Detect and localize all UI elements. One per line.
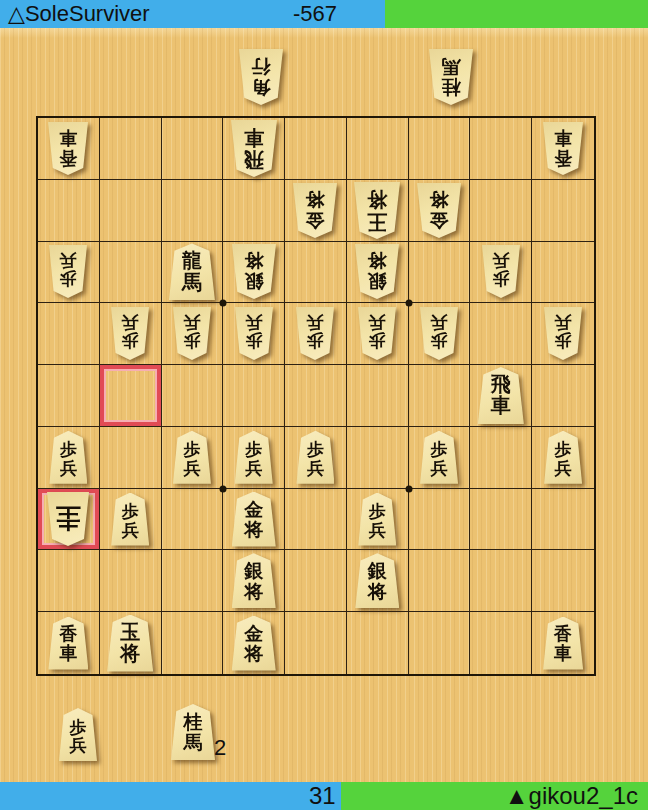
square-4b[interactable]: 王将 (347, 180, 409, 242)
piece-kanji: 香 (59, 624, 77, 643)
square-2b[interactable] (470, 180, 532, 242)
square-7b[interactable] (162, 180, 224, 242)
piece-kanji: 兵 (555, 314, 572, 332)
piece-sente-pawn[interactable]: 歩兵 (59, 708, 97, 761)
piece-kanji: 歩 (183, 332, 200, 350)
square-8c[interactable] (100, 242, 162, 304)
square-8b[interactable] (100, 180, 162, 242)
square-5c[interactable] (285, 242, 347, 304)
piece-kanji: 圭 (56, 506, 81, 533)
piece-kanji: 兵 (492, 252, 509, 270)
square-4i[interactable] (347, 612, 409, 674)
piece-kanji: 将 (368, 581, 387, 602)
square-1h[interactable] (532, 550, 594, 612)
star-point (220, 300, 227, 307)
square-5a[interactable] (285, 118, 347, 180)
piece-kanji: 飛 (491, 374, 511, 396)
piece-sente-lance[interactable]: 香車 (48, 617, 88, 670)
square-2g[interactable] (470, 489, 532, 551)
square-6h[interactable]: 銀将 (223, 550, 285, 612)
piece-kanji: 車 (59, 643, 77, 662)
square-8g[interactable]: 歩兵 (100, 489, 162, 551)
piece-kanji: 桂 (442, 77, 461, 98)
piece-kanji: 歩 (183, 440, 200, 458)
square-2a[interactable] (470, 118, 532, 180)
square-8e[interactable] (100, 365, 162, 427)
square-1b[interactable] (532, 180, 594, 242)
piece-gote-pawn[interactable]: 歩兵 (49, 245, 87, 298)
square-2h[interactable] (470, 550, 532, 612)
square-6f[interactable]: 歩兵 (223, 427, 285, 489)
piece-kanji: 銀 (244, 272, 263, 293)
piece-kanji: 歩 (431, 440, 448, 458)
piece-kanji: 兵 (307, 314, 324, 332)
square-1c[interactable] (532, 242, 594, 304)
piece-sente-king[interactable]: 玉将 (107, 615, 153, 672)
piece-kanji: 兵 (122, 314, 139, 332)
square-1g[interactable] (532, 489, 594, 551)
square-6g[interactable]: 金将 (223, 489, 285, 551)
piece-sente-knight[interactable]: 桂馬 (171, 704, 215, 760)
piece-kanji: 将 (368, 251, 387, 272)
square-4f[interactable] (347, 427, 409, 489)
piece-kanji: 兵 (369, 521, 386, 539)
piece-kanji: 兵 (369, 314, 386, 332)
square-5d[interactable]: 歩兵 (285, 303, 347, 365)
piece-gote-gold[interactable]: 金将 (417, 183, 461, 238)
square-2f[interactable] (470, 427, 532, 489)
piece-kanji: 歩 (555, 440, 572, 458)
piece-gote-pawn[interactable]: 歩兵 (420, 307, 458, 360)
square-3b[interactable]: 金将 (409, 180, 471, 242)
piece-kanji: 車 (554, 129, 572, 148)
piece-kanji: 香 (59, 148, 77, 167)
piece-sente-silver[interactable]: 銀将 (355, 553, 399, 608)
shogi-board: 香車飛車香車金将王将金将歩兵龍馬銀将銀将歩兵歩兵歩兵歩兵歩兵歩兵歩兵歩兵飛車歩兵… (36, 116, 596, 676)
piece-gote-pawn[interactable]: 歩兵 (235, 307, 273, 360)
square-8a[interactable] (100, 118, 162, 180)
piece-kanji: 将 (367, 189, 387, 211)
piece-kanji: 銀 (368, 272, 387, 293)
piece-gote-pawn[interactable]: 歩兵 (111, 307, 149, 360)
piece-sente-pawn[interactable]: 歩兵 (544, 431, 582, 484)
square-2e[interactable]: 飛車 (470, 365, 532, 427)
piece-kanji: 銀 (368, 560, 387, 581)
piece-kanji: 角 (252, 77, 271, 98)
piece-kanji: 香 (554, 624, 572, 643)
piece-kanji: 兵 (307, 459, 324, 477)
gote-player-name: △SoleSurviver (8, 0, 150, 28)
square-7i[interactable] (162, 612, 224, 674)
piece-kanji: 兵 (431, 459, 448, 477)
piece-gote-rook[interactable]: 飛車 (231, 120, 277, 177)
piece-kanji: 香 (554, 148, 572, 167)
square-2c[interactable]: 歩兵 (470, 242, 532, 304)
piece-kanji: 歩 (245, 440, 262, 458)
square-6i[interactable]: 金将 (223, 612, 285, 674)
square-5h[interactable] (285, 550, 347, 612)
piece-sente-pawn[interactable]: 歩兵 (173, 431, 211, 484)
piece-kanji: 金 (244, 499, 263, 520)
piece-sente-promoted-bishop[interactable]: 龍馬 (169, 243, 215, 300)
square-2d[interactable] (470, 303, 532, 365)
piece-kanji: 玉 (120, 622, 140, 644)
square-4g[interactable]: 歩兵 (347, 489, 409, 551)
square-5i[interactable] (285, 612, 347, 674)
square-1d[interactable]: 歩兵 (532, 303, 594, 365)
square-9a[interactable]: 香車 (38, 118, 100, 180)
piece-kanji: 歩 (122, 332, 139, 350)
square-2i[interactable] (470, 612, 532, 674)
piece-kanji: 馬 (184, 732, 203, 753)
move-number: 31 (309, 782, 336, 810)
square-7a[interactable] (162, 118, 224, 180)
square-7h[interactable] (162, 550, 224, 612)
piece-kanji: 車 (491, 395, 511, 417)
piece-kanji: 兵 (70, 736, 87, 754)
square-8h[interactable] (100, 550, 162, 612)
piece-sente-gold[interactable]: 金将 (232, 492, 276, 547)
square-9f[interactable]: 歩兵 (38, 427, 100, 489)
hand-piece-count: 2 (214, 735, 226, 761)
square-9i[interactable]: 香車 (38, 612, 100, 674)
piece-kanji: 馬 (182, 272, 202, 294)
piece-kanji: 王 (367, 210, 387, 232)
piece-kanji: 兵 (60, 459, 77, 477)
piece-kanji: 歩 (492, 270, 509, 288)
square-4c[interactable]: 銀将 (347, 242, 409, 304)
star-point (405, 485, 412, 492)
piece-kanji: 兵 (183, 459, 200, 477)
piece-kanji: 将 (244, 519, 263, 540)
piece-kanji: 兵 (122, 521, 139, 539)
square-9c[interactable]: 歩兵 (38, 242, 100, 304)
piece-sente-lance[interactable]: 香車 (543, 617, 583, 670)
gote-time-panel (385, 0, 648, 28)
piece-kanji: 金 (306, 210, 325, 231)
square-4e[interactable] (347, 365, 409, 427)
square-3c[interactable] (409, 242, 471, 304)
square-8d[interactable]: 歩兵 (100, 303, 162, 365)
piece-gote-pawn[interactable]: 歩兵 (544, 307, 582, 360)
piece-kanji: 桂 (184, 711, 203, 732)
piece-kanji: 歩 (245, 332, 262, 350)
piece-kanji: 歩 (555, 332, 572, 350)
piece-kanji: 行 (252, 56, 271, 77)
square-5g[interactable] (285, 489, 347, 551)
piece-kanji: 車 (59, 129, 77, 148)
piece-kanji: 歩 (307, 440, 324, 458)
square-3h[interactable] (409, 550, 471, 612)
piece-sente-silver[interactable]: 銀将 (232, 553, 276, 608)
square-3f[interactable]: 歩兵 (409, 427, 471, 489)
piece-kanji: 歩 (369, 332, 386, 350)
square-4h[interactable]: 銀将 (347, 550, 409, 612)
square-6b[interactable] (223, 180, 285, 242)
piece-sente-rook[interactable]: 飛車 (478, 367, 524, 424)
square-3d[interactable]: 歩兵 (409, 303, 471, 365)
square-1i[interactable]: 香車 (532, 612, 594, 674)
square-5f[interactable]: 歩兵 (285, 427, 347, 489)
piece-gote-pawn[interactable]: 歩兵 (296, 307, 334, 360)
piece-gote-lance[interactable]: 香車 (48, 122, 88, 175)
piece-gote-king[interactable]: 王将 (354, 182, 400, 239)
square-9e[interactable] (38, 365, 100, 427)
piece-kanji: 兵 (60, 252, 77, 270)
square-5b[interactable]: 金将 (285, 180, 347, 242)
square-9h[interactable] (38, 550, 100, 612)
piece-gote-gold[interactable]: 金将 (293, 183, 337, 238)
piece-kanji: 将 (244, 251, 263, 272)
piece-sente-pawn[interactable]: 歩兵 (111, 493, 149, 546)
piece-kanji: 歩 (369, 502, 386, 520)
square-9d[interactable] (38, 303, 100, 365)
piece-sente-gold[interactable]: 金将 (232, 616, 276, 671)
move-number-panel (0, 782, 341, 810)
square-7d[interactable]: 歩兵 (162, 303, 224, 365)
piece-kanji: 龍 (182, 250, 202, 272)
piece-sente-pawn[interactable]: 歩兵 (49, 431, 87, 484)
star-point (405, 300, 412, 307)
piece-kanji: 馬 (442, 56, 461, 77)
piece-gote-promoted-knight[interactable]: 圭 (47, 492, 89, 546)
square-7f[interactable]: 歩兵 (162, 427, 224, 489)
piece-gote-silver[interactable]: 銀将 (355, 244, 399, 299)
piece-kanji: 兵 (183, 314, 200, 332)
piece-kanji: 兵 (431, 314, 448, 332)
piece-kanji: 兵 (245, 459, 262, 477)
piece-kanji: 歩 (60, 440, 77, 458)
piece-kanji: 歩 (431, 332, 448, 350)
piece-sente-pawn[interactable]: 歩兵 (235, 431, 273, 484)
square-6e[interactable] (223, 365, 285, 427)
square-8i[interactable]: 玉将 (100, 612, 162, 674)
square-7g[interactable] (162, 489, 224, 551)
square-3a[interactable] (409, 118, 471, 180)
piece-kanji: 歩 (307, 332, 324, 350)
star-point (220, 485, 227, 492)
piece-gote-pawn[interactable]: 歩兵 (358, 307, 396, 360)
piece-gote-silver[interactable]: 銀将 (232, 244, 276, 299)
square-3g[interactable] (409, 489, 471, 551)
piece-kanji: 将 (244, 581, 263, 602)
square-3e[interactable] (409, 365, 471, 427)
square-4d[interactable]: 歩兵 (347, 303, 409, 365)
piece-kanji: 歩 (60, 270, 77, 288)
piece-sente-pawn[interactable]: 歩兵 (296, 431, 334, 484)
piece-gote-bishop[interactable]: 角行 (239, 49, 283, 105)
piece-gote-pawn[interactable]: 歩兵 (173, 307, 211, 360)
square-5e[interactable] (285, 365, 347, 427)
square-9g[interactable]: 圭 (38, 489, 100, 551)
piece-kanji: 車 (244, 127, 264, 149)
square-1a[interactable]: 香車 (532, 118, 594, 180)
piece-kanji: 将 (430, 190, 449, 211)
top-status-bar: △SoleSurviver -567 (0, 0, 648, 28)
square-6c[interactable]: 銀将 (223, 242, 285, 304)
square-8f[interactable] (100, 427, 162, 489)
piece-gote-pawn[interactable]: 歩兵 (482, 245, 520, 298)
piece-kanji: 銀 (244, 560, 263, 581)
piece-kanji: 金 (430, 210, 449, 231)
square-9b[interactable] (38, 180, 100, 242)
piece-kanji: 将 (120, 643, 140, 665)
square-3i[interactable] (409, 612, 471, 674)
piece-kanji: 金 (244, 623, 263, 644)
square-4a[interactable] (347, 118, 409, 180)
piece-kanji: 兵 (555, 459, 572, 477)
piece-sente-pawn[interactable]: 歩兵 (420, 431, 458, 484)
bottom-status-bar: 31 ▲gikou2_1c (0, 782, 648, 810)
piece-gote-knight[interactable]: 桂馬 (429, 49, 473, 105)
square-1e[interactable] (532, 365, 594, 427)
square-6d[interactable]: 歩兵 (223, 303, 285, 365)
evaluation-score: -567 (293, 0, 337, 28)
piece-kanji: 歩 (122, 502, 139, 520)
square-7e[interactable] (162, 365, 224, 427)
piece-kanji: 兵 (245, 314, 262, 332)
piece-kanji: 将 (306, 190, 325, 211)
piece-kanji: 車 (554, 643, 572, 662)
sente-player-name: ▲gikou2_1c (505, 782, 638, 810)
square-6a[interactable]: 飛車 (223, 118, 285, 180)
piece-sente-pawn[interactable]: 歩兵 (358, 493, 396, 546)
piece-kanji: 将 (244, 643, 263, 664)
piece-kanji: 歩 (70, 718, 87, 736)
shogi-app: △SoleSurviver -567 角行桂馬 香車飛車香車金将王将金将歩兵龍馬… (0, 0, 648, 810)
square-7c[interactable]: 龍馬 (162, 242, 224, 304)
piece-gote-lance[interactable]: 香車 (543, 122, 583, 175)
piece-kanji: 飛 (244, 148, 264, 170)
square-1f[interactable]: 歩兵 (532, 427, 594, 489)
